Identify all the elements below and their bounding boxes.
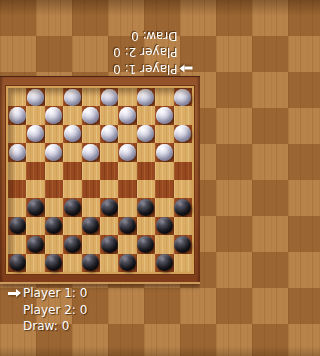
square-r3c8[interactable] — [137, 125, 155, 143]
square-r5c4[interactable] — [63, 162, 81, 180]
square-r3c3[interactable] — [45, 125, 63, 143]
square-r4c7[interactable] — [118, 143, 136, 161]
square-r2c5[interactable] — [82, 106, 100, 124]
square-r8c10[interactable] — [174, 217, 192, 235]
draw-score: 0 — [131, 27, 139, 44]
square-r9c9[interactable] — [155, 235, 173, 253]
black-piece[interactable] — [9, 254, 26, 271]
square-r8c4[interactable] — [63, 217, 81, 235]
white-piece[interactable] — [156, 107, 173, 124]
black-piece[interactable] — [156, 217, 173, 234]
square-r6c6[interactable] — [100, 180, 118, 198]
square-r5c6[interactable] — [100, 162, 118, 180]
square-r10c9[interactable] — [155, 254, 173, 272]
square-r8c3[interactable] — [45, 217, 63, 235]
black-piece[interactable] — [101, 199, 118, 216]
white-piece[interactable] — [119, 107, 136, 124]
square-r3c1[interactable] — [8, 125, 26, 143]
black-piece[interactable] — [82, 254, 99, 271]
square-r7c4[interactable] — [63, 198, 81, 216]
player2-score-line: Player 2: 0 — [113, 44, 177, 61]
square-r9c7[interactable] — [118, 235, 136, 253]
black-piece[interactable] — [174, 236, 191, 253]
square-r3c7[interactable] — [118, 125, 136, 143]
player2-score: 0 — [80, 302, 88, 319]
square-r10c5[interactable] — [82, 254, 100, 272]
square-r3c10[interactable] — [174, 125, 192, 143]
white-piece[interactable] — [64, 125, 81, 142]
white-piece[interactable] — [137, 89, 154, 106]
scoreboard: Player 1: 0 Player 2: 0 Draw: 0 — [8, 285, 87, 335]
square-r10c3[interactable] — [45, 254, 63, 272]
black-piece[interactable] — [156, 254, 173, 271]
square-r3c5[interactable] — [82, 125, 100, 143]
square-r2c8[interactable] — [137, 106, 155, 124]
square-r1c9[interactable] — [155, 88, 173, 106]
square-r7c10[interactable] — [174, 198, 192, 216]
square-r7c2[interactable] — [26, 198, 44, 216]
draw-label: Draw: — [23, 318, 58, 335]
square-r4c5[interactable] — [82, 143, 100, 161]
white-piece[interactable] — [174, 89, 191, 106]
square-r6c1[interactable] — [8, 180, 26, 198]
turn-arrow-icon — [179, 64, 192, 72]
square-r4c4[interactable] — [63, 143, 81, 161]
white-piece[interactable] — [9, 107, 26, 124]
player2-score-line: Player 2: 0 — [23, 302, 87, 319]
white-piece[interactable] — [27, 89, 44, 106]
black-piece[interactable] — [119, 254, 136, 271]
black-piece[interactable] — [45, 254, 62, 271]
square-r2c3[interactable] — [45, 106, 63, 124]
square-r6c2[interactable] — [26, 180, 44, 198]
square-r8c9[interactable] — [155, 217, 173, 235]
white-piece[interactable] — [101, 89, 118, 106]
square-r1c1[interactable] — [8, 88, 26, 106]
black-piece[interactable] — [9, 217, 26, 234]
square-r7c3[interactable] — [45, 198, 63, 216]
square-r6c8[interactable] — [137, 180, 155, 198]
square-r9c1[interactable] — [8, 235, 26, 253]
square-r5c10[interactable] — [174, 162, 192, 180]
black-piece[interactable] — [101, 236, 118, 253]
square-r4c6[interactable] — [100, 143, 118, 161]
white-piece[interactable] — [45, 107, 62, 124]
black-piece[interactable] — [137, 199, 154, 216]
opponent-scoreboard: Player 1: 0 Player 2: 0 Draw: 0 — [113, 27, 192, 77]
black-piece[interactable] — [82, 217, 99, 234]
square-r6c7[interactable] — [118, 180, 136, 198]
black-piece[interactable] — [27, 199, 44, 216]
square-r1c8[interactable] — [137, 88, 155, 106]
square-r8c1[interactable] — [8, 217, 26, 235]
square-r10c2[interactable] — [26, 254, 44, 272]
square-r10c1[interactable] — [8, 254, 26, 272]
player2-label: Player 2: — [23, 302, 76, 319]
black-piece[interactable] — [119, 217, 136, 234]
player2-label: Player 2: — [124, 44, 177, 61]
square-r10c8[interactable] — [137, 254, 155, 272]
black-piece[interactable] — [64, 199, 81, 216]
player1-label: Player 1: — [124, 60, 177, 77]
black-piece[interactable] — [64, 236, 81, 253]
white-piece[interactable] — [27, 125, 44, 142]
draw-score-line: Draw: 0 — [113, 27, 177, 44]
square-r6c10[interactable] — [174, 180, 192, 198]
draw-score: 0 — [62, 318, 70, 335]
square-r6c9[interactable] — [155, 180, 173, 198]
square-r4c2[interactable] — [26, 143, 44, 161]
square-r7c9[interactable] — [155, 198, 173, 216]
square-r5c3[interactable] — [45, 162, 63, 180]
square-r8c5[interactable] — [82, 217, 100, 235]
square-r10c7[interactable] — [118, 254, 136, 272]
square-r5c9[interactable] — [155, 162, 173, 180]
square-r1c5[interactable] — [82, 88, 100, 106]
square-r6c4[interactable] — [63, 180, 81, 198]
square-r1c6[interactable] — [100, 88, 118, 106]
player1-score: 0 — [113, 60, 121, 77]
white-piece[interactable] — [45, 144, 62, 161]
white-piece[interactable] — [101, 125, 118, 142]
square-r5c2[interactable] — [26, 162, 44, 180]
black-piece[interactable] — [45, 217, 62, 234]
square-r7c1[interactable] — [8, 198, 26, 216]
square-r1c7[interactable] — [118, 88, 136, 106]
square-r2c1[interactable] — [8, 106, 26, 124]
square-r4c9[interactable] — [155, 143, 173, 161]
square-r9c4[interactable] — [63, 235, 81, 253]
square-r2c2[interactable] — [26, 106, 44, 124]
player1-score-line: Player 1: 0 — [8, 285, 87, 302]
square-r7c7[interactable] — [118, 198, 136, 216]
square-r2c9[interactable] — [155, 106, 173, 124]
square-r9c10[interactable] — [174, 235, 192, 253]
square-r6c5[interactable] — [82, 180, 100, 198]
white-piece[interactable] — [64, 89, 81, 106]
square-r8c7[interactable] — [118, 217, 136, 235]
square-r9c6[interactable] — [100, 235, 118, 253]
black-piece[interactable] — [27, 236, 44, 253]
square-r2c6[interactable] — [100, 106, 118, 124]
square-r8c2[interactable] — [26, 217, 44, 235]
square-r3c9[interactable] — [155, 125, 173, 143]
black-piece[interactable] — [174, 199, 191, 216]
square-r4c3[interactable] — [45, 143, 63, 161]
board-grid — [8, 88, 192, 272]
white-piece[interactable] — [9, 144, 26, 161]
square-r5c1[interactable] — [8, 162, 26, 180]
draw-label: Draw: — [142, 27, 177, 44]
white-piece[interactable] — [156, 144, 173, 161]
square-r3c2[interactable] — [26, 125, 44, 143]
square-r5c5[interactable] — [82, 162, 100, 180]
square-r7c5[interactable] — [82, 198, 100, 216]
player1-label: Player 1: — [23, 285, 76, 302]
square-r4c8[interactable] — [137, 143, 155, 161]
square-r10c4[interactable] — [63, 254, 81, 272]
square-r8c8[interactable] — [137, 217, 155, 235]
square-r1c4[interactable] — [63, 88, 81, 106]
square-r9c8[interactable] — [137, 235, 155, 253]
white-piece[interactable] — [137, 125, 154, 142]
board-frame — [0, 76, 200, 284]
white-piece[interactable] — [82, 144, 99, 161]
square-r7c8[interactable] — [137, 198, 155, 216]
player2-score: 0 — [113, 44, 121, 61]
square-r2c10[interactable] — [174, 106, 192, 124]
square-r5c7[interactable] — [118, 162, 136, 180]
white-piece[interactable] — [119, 144, 136, 161]
square-r2c7[interactable] — [118, 106, 136, 124]
turn-arrow-icon — [8, 289, 21, 297]
square-r6c3[interactable] — [45, 180, 63, 198]
square-r1c3[interactable] — [45, 88, 63, 106]
player1-score-line: Player 1: 0 — [113, 60, 192, 77]
square-r1c10[interactable] — [174, 88, 192, 106]
square-r7c6[interactable] — [100, 198, 118, 216]
black-piece[interactable] — [137, 236, 154, 253]
square-r3c6[interactable] — [100, 125, 118, 143]
white-piece[interactable] — [174, 125, 191, 142]
square-r3c4[interactable] — [63, 125, 81, 143]
square-r9c5[interactable] — [82, 235, 100, 253]
square-r10c6[interactable] — [100, 254, 118, 272]
square-r8c6[interactable] — [100, 217, 118, 235]
square-r10c10[interactable] — [174, 254, 192, 272]
square-r2c4[interactable] — [63, 106, 81, 124]
square-r4c10[interactable] — [174, 143, 192, 161]
square-r5c8[interactable] — [137, 162, 155, 180]
draw-score-line: Draw: 0 — [23, 318, 87, 335]
square-r9c2[interactable] — [26, 235, 44, 253]
white-piece[interactable] — [82, 107, 99, 124]
player1-score: 0 — [80, 285, 88, 302]
square-r9c3[interactable] — [45, 235, 63, 253]
square-r4c1[interactable] — [8, 143, 26, 161]
square-r1c2[interactable] — [26, 88, 44, 106]
